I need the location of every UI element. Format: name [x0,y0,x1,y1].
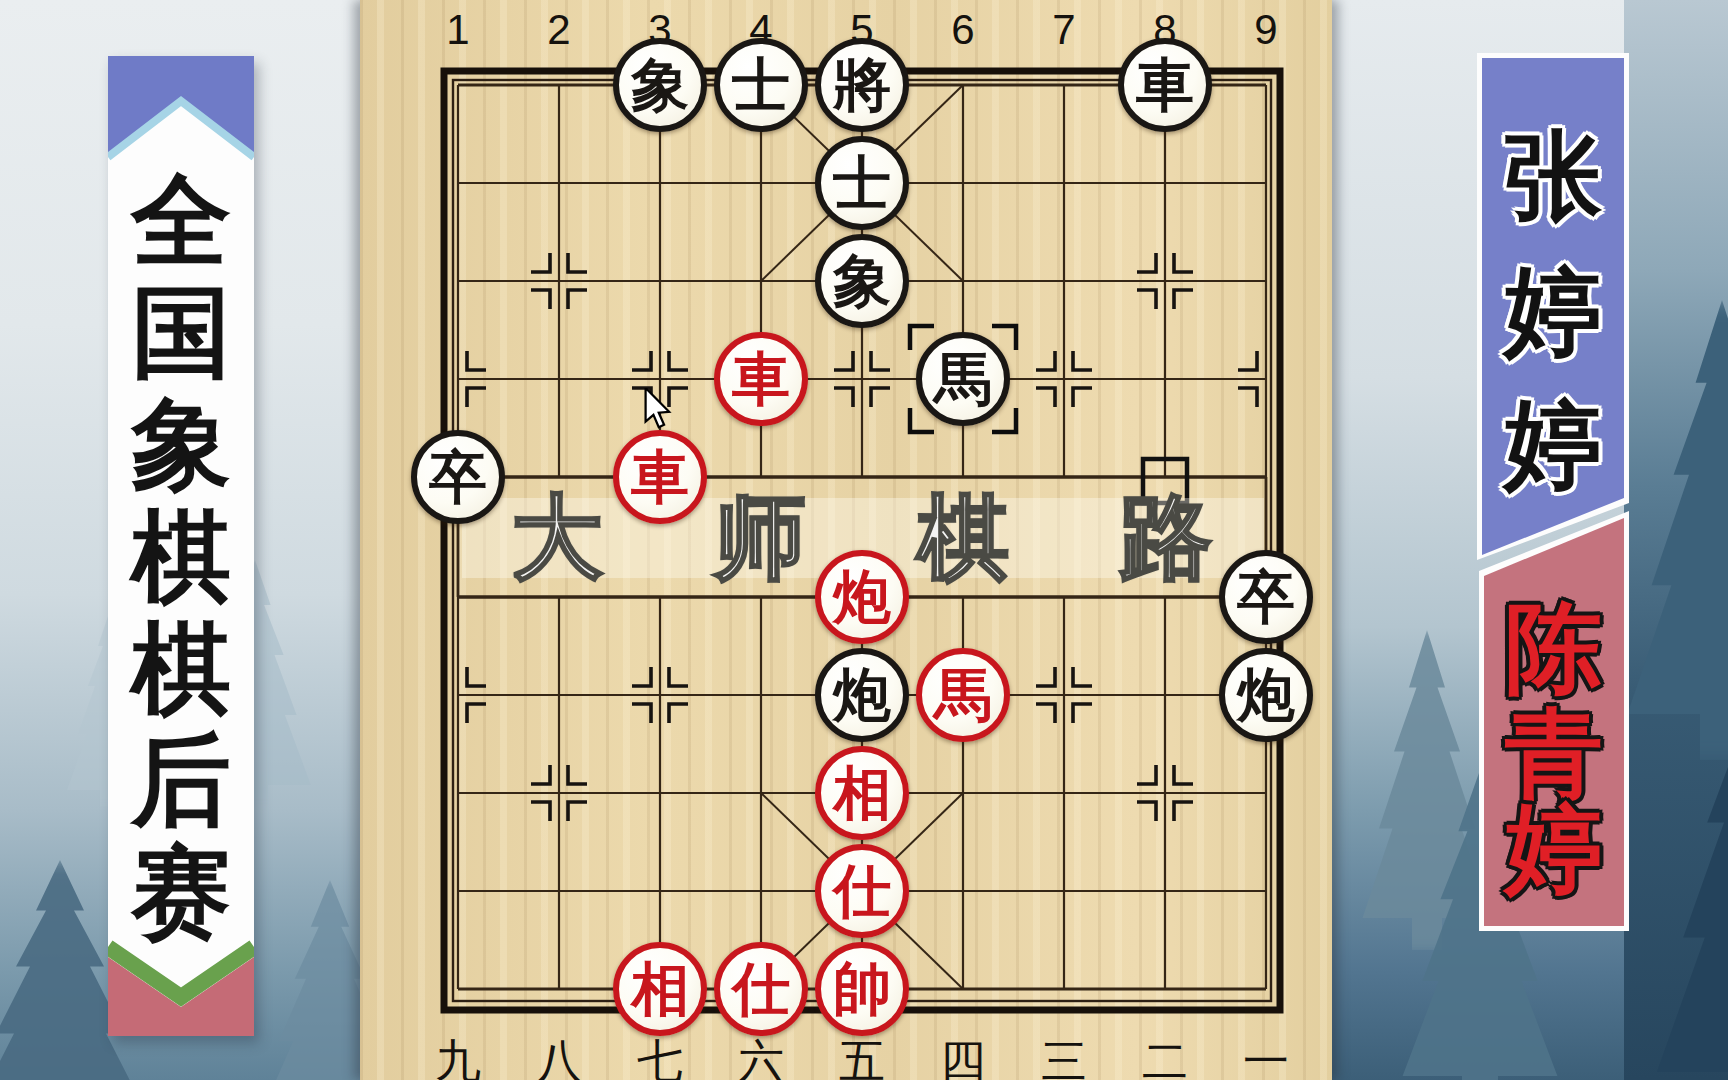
file-label-bottom: 九 [435,1031,481,1080]
event-banner: 全国象棋棋后赛 [108,56,254,1036]
watermark-char: 棋 [917,476,1009,600]
file-label-top: 2 [547,6,570,54]
event-banner-char: 棋 [131,506,231,606]
player-bottom-name-char: 陈 [1505,599,1603,697]
piece-black-炮[interactable]: 炮 [815,648,909,742]
screenshot-stage: 大师棋路 123456789九八七六五四三二一 象士將車士象車馬卒車炮卒炮馬炮相… [0,0,1728,1080]
piece-red-馬[interactable]: 馬 [916,648,1010,742]
event-banner-char: 象 [131,394,231,494]
watermark-char: 路 [1120,476,1212,600]
piece-black-士[interactable]: 士 [714,38,808,132]
piece-black-士[interactable]: 士 [815,136,909,230]
event-banner-char: 棋 [131,618,231,718]
event-banner-bottom-chevron [108,935,254,1036]
player-bottom-name-char: 婷 [1505,799,1603,897]
player-top-name-char: 张 [1504,127,1602,225]
file-label-bottom: 二 [1142,1031,1188,1080]
piece-red-相[interactable]: 相 [815,746,909,840]
event-banner-char: 赛 [131,842,231,942]
piece-red-炮[interactable]: 炮 [815,550,909,644]
file-label-bottom: 六 [738,1031,784,1080]
player-top-name-char: 婷 [1504,262,1602,360]
file-label-top: 9 [1254,6,1277,54]
file-label-top: 6 [951,6,974,54]
piece-black-卒[interactable]: 卒 [1219,550,1313,644]
piece-red-相[interactable]: 相 [613,942,707,1036]
player-bottom-name-char: 青 [1505,705,1603,803]
file-label-top: 7 [1052,6,1075,54]
event-banner-top-chevron [108,56,254,162]
player-top-name-char: 婷 [1504,395,1602,493]
piece-red-仕[interactable]: 仕 [815,844,909,938]
event-banner-char: 全 [131,170,231,270]
file-label-bottom: 五 [839,1031,885,1080]
piece-black-象[interactable]: 象 [815,234,909,328]
piece-red-車[interactable]: 車 [613,430,707,524]
piece-red-帥[interactable]: 帥 [815,942,909,1036]
event-banner-char: 国 [131,282,231,382]
piece-black-象[interactable]: 象 [613,38,707,132]
watermark-char: 大 [511,476,603,600]
file-label-bottom: 三 [1041,1031,1087,1080]
piece-black-卒[interactable]: 卒 [411,430,505,524]
piece-red-仕[interactable]: 仕 [714,942,808,1036]
piece-black-車[interactable]: 車 [1118,38,1212,132]
file-label-bottom: 八 [536,1031,582,1080]
file-label-top: 1 [446,6,469,54]
mouse-cursor [644,388,678,430]
file-label-bottom: 四 [940,1031,986,1080]
file-label-bottom: 七 [637,1031,683,1080]
event-banner-char: 后 [131,730,231,830]
piece-red-車[interactable]: 車 [714,332,808,426]
watermark-char: 师 [714,476,806,600]
file-label-bottom: 一 [1243,1031,1289,1080]
piece-black-將[interactable]: 將 [815,38,909,132]
piece-black-炮[interactable]: 炮 [1219,648,1313,742]
piece-black-馬[interactable]: 馬 [916,332,1010,426]
